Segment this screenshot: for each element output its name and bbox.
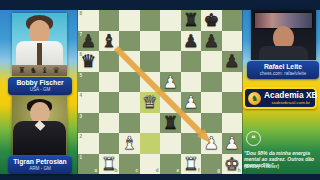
square-g6[interactable] — [201, 51, 222, 72]
piece-white-p-g2[interactable]: ♟ — [201, 133, 222, 154]
square-g7[interactable]: ♟ — [201, 31, 222, 52]
academia-xb-banner[interactable]: ♞ Academia XB xadrezbrasil.com.br — [243, 87, 317, 109]
square-c5[interactable] — [119, 72, 140, 93]
square-d8[interactable] — [140, 10, 161, 31]
piece-black-p-g7[interactable]: ♟ — [201, 31, 222, 52]
piece-black-b-b7[interactable]: ♝ — [99, 31, 120, 52]
square-b2[interactable] — [99, 133, 120, 154]
square-e3[interactable]: ♜ — [160, 113, 181, 134]
academia-inner: ♞ Academia XB xadrezbrasil.com.br — [245, 89, 315, 107]
square-e1[interactable]: e — [160, 154, 181, 175]
host-name-banner: Rafael Leite chess.com: rafaelvleite — [247, 61, 319, 79]
square-f4[interactable]: ♟ — [181, 92, 202, 113]
video-frame: ♜ ♞ ♝ ♛ Bobby Fischer USA - GM Tigran Pe… — [0, 0, 320, 180]
square-b8[interactable] — [99, 10, 120, 31]
square-b7[interactable]: ♝ — [99, 31, 120, 52]
fischer-photo: ♜ ♞ ♝ ♛ — [12, 13, 67, 76]
piece-white-p-f4[interactable]: ♟ — [181, 92, 202, 113]
square-f2[interactable] — [181, 133, 202, 154]
square-b4[interactable] — [99, 92, 120, 113]
piece-white-p-h2[interactable]: ♟ — [222, 133, 243, 154]
square-g8[interactable]: ♚ — [201, 10, 222, 31]
square-a1[interactable]: 1a — [78, 154, 99, 175]
square-h8[interactable] — [222, 10, 243, 31]
square-c8[interactable] — [119, 10, 140, 31]
piece-black-k-g8[interactable]: ♚ — [201, 10, 222, 31]
square-c1[interactable]: c — [119, 154, 140, 175]
square-h5[interactable] — [222, 72, 243, 93]
piece-white-b-c2[interactable]: ♝ — [119, 133, 140, 154]
board-grid[interactable]: 8♜♚7♟♝♟♟6♛♟5♟4♛♟3♜2♝♟♟1ab♜cdef♜gh♚ — [78, 10, 242, 174]
rank-label-2: 2 — [80, 134, 83, 139]
square-f3[interactable] — [181, 113, 202, 134]
file-label-d: d — [156, 168, 159, 173]
square-d6[interactable] — [140, 51, 161, 72]
bottom-navy-strip — [0, 174, 320, 180]
fischer-name-banner: Bobby Fischer USA - GM — [8, 77, 72, 95]
quote-attribution: (Bobby Fischer) — [244, 164, 318, 169]
square-a7[interactable]: 7♟ — [78, 31, 99, 52]
piece-black-r-f8[interactable]: ♜ — [181, 10, 202, 31]
square-g4[interactable] — [201, 92, 222, 113]
piece-black-p-a7[interactable]: ♟ — [78, 31, 99, 52]
brand-title: Academia XB — [264, 91, 318, 100]
quote-icon: ❝ — [246, 131, 261, 146]
square-c6[interactable] — [119, 51, 140, 72]
square-e6[interactable] — [160, 51, 181, 72]
fischer-chessboard-strip: ♜ ♞ ♝ ♛ — [12, 65, 67, 76]
square-c4[interactable] — [119, 92, 140, 113]
square-h4[interactable] — [222, 92, 243, 113]
square-c3[interactable] — [119, 113, 140, 134]
square-d4[interactable]: ♛ — [140, 92, 161, 113]
square-f6[interactable] — [181, 51, 202, 72]
square-h6[interactable]: ♟ — [222, 51, 243, 72]
player-subtitle: USA - GM — [8, 87, 72, 93]
piece-white-k-h1[interactable]: ♚ — [222, 154, 243, 175]
piece-black-r-e3[interactable]: ♜ — [160, 113, 181, 134]
square-h2[interactable]: ♟ — [222, 133, 243, 154]
square-e4[interactable] — [160, 92, 181, 113]
square-d2[interactable] — [140, 133, 161, 154]
square-d7[interactable] — [140, 31, 161, 52]
square-a8[interactable]: 8 — [78, 10, 99, 31]
rank-label-5: 5 — [80, 73, 83, 78]
square-d1[interactable]: d — [140, 154, 161, 175]
square-a2[interactable]: 2 — [78, 133, 99, 154]
rank-label-1: 1 — [80, 155, 83, 160]
square-b5[interactable] — [99, 72, 120, 93]
player-name: Tigran Petrosian — [8, 158, 72, 166]
piece-black-p-h6[interactable]: ♟ — [222, 51, 243, 72]
player-subtitle: ARM - GM — [8, 166, 72, 172]
player-name: Bobby Fischer — [8, 79, 72, 87]
square-g1[interactable]: g — [201, 154, 222, 175]
square-e7[interactable] — [160, 31, 181, 52]
file-label-e: e — [176, 168, 179, 173]
square-a6[interactable]: 6♛ — [78, 51, 99, 72]
square-b1[interactable]: b♜ — [99, 154, 120, 175]
top-navy-strip — [0, 0, 320, 10]
petrosian-photo — [12, 96, 67, 155]
chess-board[interactable]: 8♜♚7♟♝♟♟6♛♟5♟4♛♟3♜2♝♟♟1ab♜cdef♜gh♚ — [78, 10, 242, 174]
square-a3[interactable]: 3 — [78, 113, 99, 134]
piece-white-p-e5[interactable]: ♟ — [160, 72, 181, 93]
square-g5[interactable] — [201, 72, 222, 93]
square-d5[interactable] — [140, 72, 161, 93]
piece-white-q-d4[interactable]: ♛ — [140, 92, 161, 113]
host-webcam — [251, 10, 316, 60]
fischer-tie — [37, 43, 42, 65]
piece-white-r-b1[interactable]: ♜ — [99, 154, 120, 175]
rank-label-8: 8 — [80, 11, 83, 16]
square-e8[interactable] — [160, 10, 181, 31]
square-a5[interactable]: 5 — [78, 72, 99, 93]
file-label-g: g — [217, 168, 220, 173]
square-f8[interactable]: ♜ — [181, 10, 202, 31]
square-e2[interactable] — [160, 133, 181, 154]
file-label-c: c — [135, 168, 138, 173]
square-h3[interactable] — [222, 113, 243, 134]
host-subtitle: chess.com: rafaelvleite — [247, 71, 319, 77]
academia-logo-icon: ♞ — [248, 92, 261, 105]
square-a4[interactable]: 4 — [78, 92, 99, 113]
square-b3[interactable] — [99, 113, 120, 134]
square-d3[interactable] — [140, 113, 161, 134]
square-h7[interactable] — [222, 31, 243, 52]
rank-label-3: 3 — [80, 114, 83, 119]
piece-white-r-f1[interactable]: ♜ — [181, 154, 202, 175]
square-c7[interactable] — [119, 31, 140, 52]
square-b6[interactable] — [99, 51, 120, 72]
file-label-a: a — [94, 168, 97, 173]
host-name: Rafael Leite — [247, 63, 319, 71]
brand-url: xadrezbrasil.com.br — [272, 100, 310, 106]
square-e5[interactable]: ♟ — [160, 72, 181, 93]
square-c2[interactable]: ♝ — [119, 133, 140, 154]
petrosian-name-banner: Tigran Petrosian ARM - GM — [8, 156, 72, 174]
square-f7[interactable]: ♟ — [181, 31, 202, 52]
piece-black-q-a6[interactable]: ♛ — [78, 51, 99, 72]
square-g2[interactable]: ♟ — [201, 133, 222, 154]
square-g3[interactable] — [201, 113, 222, 134]
square-f1[interactable]: f♜ — [181, 154, 202, 175]
square-h1[interactable]: h♚ — [222, 154, 243, 175]
host-body — [259, 46, 308, 60]
rank-label-4: 4 — [80, 93, 83, 98]
piece-black-p-f7[interactable]: ♟ — [181, 31, 202, 52]
square-f5[interactable] — [181, 72, 202, 93]
